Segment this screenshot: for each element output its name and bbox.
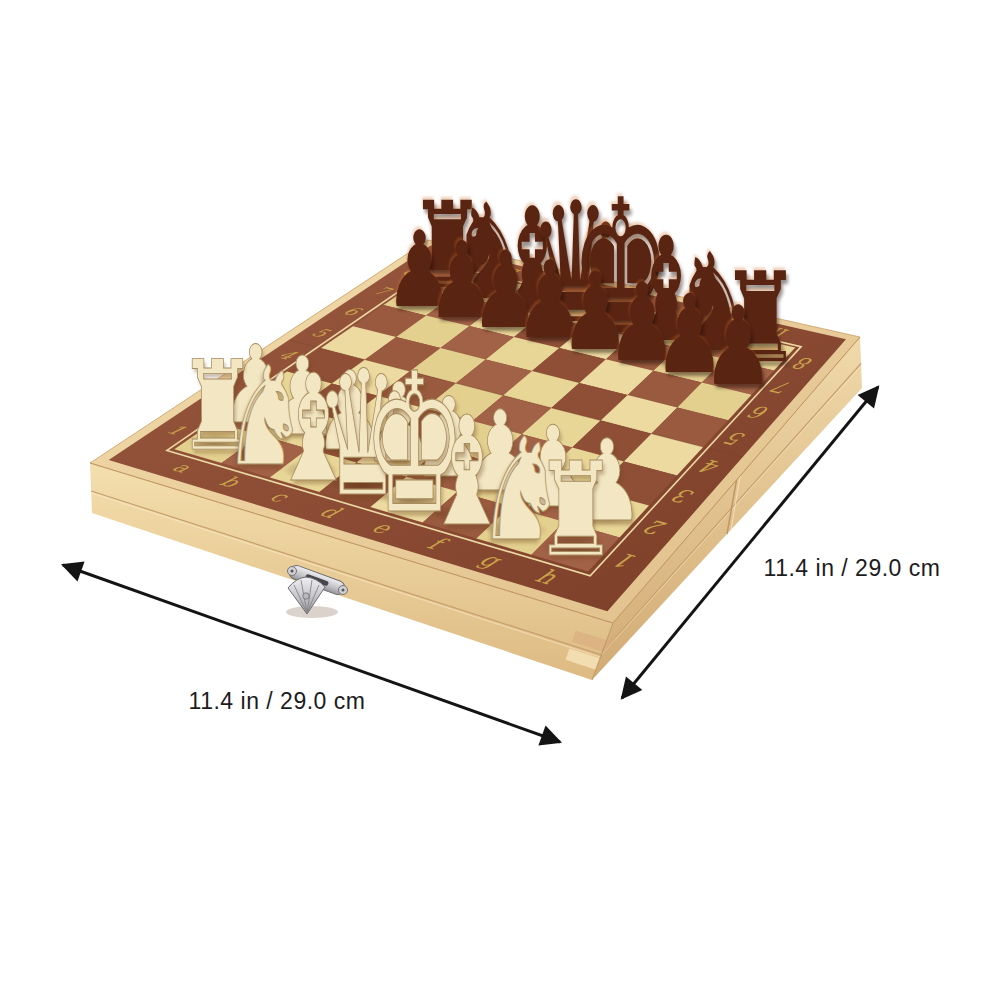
product-photo-stage: aabbccddeeffgghh1122334455667788 ♜♞♝♛♚♝♞… <box>0 0 1002 1002</box>
dimension-label-right: 11.4 in / 29.0 cm <box>764 555 941 582</box>
chess-board-scene: aabbccddeeffgghh1122334455667788 <box>0 0 1002 1002</box>
dimension-label-bottom: 11.4 in / 29.0 cm <box>189 688 366 715</box>
